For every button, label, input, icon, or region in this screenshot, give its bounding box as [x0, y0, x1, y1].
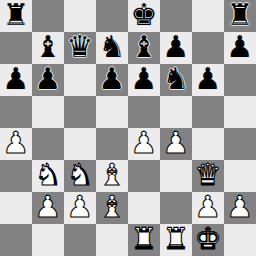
square-a4[interactable]: ♟ [0, 128, 32, 160]
square-b1[interactable] [32, 224, 64, 256]
black-king[interactable]: ♚ [131, 0, 158, 31]
square-a2[interactable] [0, 192, 32, 224]
square-g4[interactable] [192, 128, 224, 160]
white-pawn[interactable]: ♟ [3, 128, 30, 159]
square-c1[interactable] [64, 224, 96, 256]
square-b5[interactable] [32, 96, 64, 128]
square-h5[interactable] [224, 96, 256, 128]
square-d2[interactable]: ♝ [96, 192, 128, 224]
square-c3[interactable]: ♞ [64, 160, 96, 192]
black-pawn[interactable]: ♟ [227, 32, 254, 63]
square-f2[interactable] [160, 192, 192, 224]
square-f4[interactable]: ♟ [160, 128, 192, 160]
black-bishop[interactable]: ♝ [35, 32, 62, 63]
white-knight[interactable]: ♞ [67, 160, 94, 191]
white-queen[interactable]: ♛ [195, 160, 222, 191]
black-pawn[interactable]: ♟ [195, 64, 222, 95]
square-b4[interactable] [32, 128, 64, 160]
square-b8[interactable] [32, 0, 64, 32]
square-e3[interactable] [128, 160, 160, 192]
square-e7[interactable]: ♝ [128, 32, 160, 64]
square-g3[interactable]: ♛ [192, 160, 224, 192]
white-knight[interactable]: ♞ [35, 160, 62, 191]
black-pawn[interactable]: ♟ [163, 32, 190, 63]
square-g7[interactable] [192, 32, 224, 64]
square-b2[interactable]: ♟ [32, 192, 64, 224]
square-c8[interactable] [64, 0, 96, 32]
square-a5[interactable] [0, 96, 32, 128]
square-c4[interactable] [64, 128, 96, 160]
square-c5[interactable] [64, 96, 96, 128]
square-a3[interactable] [0, 160, 32, 192]
black-pawn[interactable]: ♟ [99, 64, 126, 95]
black-pawn[interactable]: ♟ [3, 64, 30, 95]
square-e4[interactable]: ♟ [128, 128, 160, 160]
square-g2[interactable]: ♟ [192, 192, 224, 224]
square-d8[interactable] [96, 0, 128, 32]
square-c6[interactable] [64, 64, 96, 96]
white-rook[interactable]: ♜ [131, 224, 158, 255]
white-pawn[interactable]: ♟ [227, 192, 254, 223]
black-bishop[interactable]: ♝ [131, 32, 158, 63]
square-e1[interactable]: ♜ [128, 224, 160, 256]
white-bishop[interactable]: ♝ [99, 160, 126, 191]
chess-board: ♜♚♜♝♛♞♝♟♟♟♟♟♟♞♟♟♟♟♞♞♝♛♟♟♝♟♟♜♜♚ [0, 0, 256, 256]
square-e8[interactable]: ♚ [128, 0, 160, 32]
square-a8[interactable]: ♜ [0, 0, 32, 32]
square-h4[interactable] [224, 128, 256, 160]
square-a1[interactable] [0, 224, 32, 256]
square-c2[interactable]: ♟ [64, 192, 96, 224]
square-h6[interactable] [224, 64, 256, 96]
square-f7[interactable]: ♟ [160, 32, 192, 64]
square-h7[interactable]: ♟ [224, 32, 256, 64]
square-b7[interactable]: ♝ [32, 32, 64, 64]
black-knight[interactable]: ♞ [163, 64, 190, 95]
square-f1[interactable]: ♜ [160, 224, 192, 256]
square-f6[interactable]: ♞ [160, 64, 192, 96]
white-bishop[interactable]: ♝ [99, 192, 126, 223]
square-f5[interactable] [160, 96, 192, 128]
square-h1[interactable] [224, 224, 256, 256]
square-e2[interactable] [128, 192, 160, 224]
white-king[interactable]: ♚ [195, 224, 222, 255]
square-g8[interactable] [192, 0, 224, 32]
square-h2[interactable]: ♟ [224, 192, 256, 224]
square-a7[interactable] [0, 32, 32, 64]
square-d4[interactable] [96, 128, 128, 160]
square-d3[interactable]: ♝ [96, 160, 128, 192]
square-a6[interactable]: ♟ [0, 64, 32, 96]
white-pawn[interactable]: ♟ [163, 128, 190, 159]
square-d1[interactable] [96, 224, 128, 256]
square-e5[interactable] [128, 96, 160, 128]
square-h3[interactable] [224, 160, 256, 192]
white-pawn[interactable]: ♟ [67, 192, 94, 223]
square-b3[interactable]: ♞ [32, 160, 64, 192]
square-b6[interactable]: ♟ [32, 64, 64, 96]
square-f3[interactable] [160, 160, 192, 192]
black-rook[interactable]: ♜ [227, 0, 254, 31]
black-queen[interactable]: ♛ [67, 32, 94, 63]
white-pawn[interactable]: ♟ [131, 128, 158, 159]
black-knight[interactable]: ♞ [99, 32, 126, 63]
square-d5[interactable] [96, 96, 128, 128]
square-h8[interactable]: ♜ [224, 0, 256, 32]
black-rook[interactable]: ♜ [3, 0, 30, 31]
square-g1[interactable]: ♚ [192, 224, 224, 256]
black-pawn[interactable]: ♟ [35, 64, 62, 95]
square-e6[interactable]: ♟ [128, 64, 160, 96]
square-d6[interactable]: ♟ [96, 64, 128, 96]
white-rook[interactable]: ♜ [163, 224, 190, 255]
square-f8[interactable] [160, 0, 192, 32]
white-pawn[interactable]: ♟ [195, 192, 222, 223]
white-pawn[interactable]: ♟ [35, 192, 62, 223]
square-d7[interactable]: ♞ [96, 32, 128, 64]
square-g6[interactable]: ♟ [192, 64, 224, 96]
square-c7[interactable]: ♛ [64, 32, 96, 64]
black-pawn[interactable]: ♟ [131, 64, 158, 95]
square-g5[interactable] [192, 96, 224, 128]
